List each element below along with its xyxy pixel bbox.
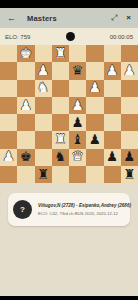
white-pawn: ♟ [106, 64, 118, 78]
square-f6[interactable] [35, 131, 52, 148]
square-f7[interactable] [35, 149, 52, 166]
square-c1[interactable] [86, 45, 103, 62]
square-f8[interactable]: ♜ [35, 166, 52, 183]
square-a5[interactable] [121, 114, 138, 131]
info-bar: ELO: 759 00:00:05 [0, 28, 138, 45]
square-h1[interactable] [0, 45, 17, 62]
square-c7[interactable] [86, 149, 103, 166]
square-b6[interactable] [104, 131, 121, 148]
square-b4[interactable] [104, 97, 121, 114]
square-e3[interactable] [52, 80, 69, 97]
white-pawn: ♟ [72, 98, 84, 112]
page-title: Masters [27, 14, 57, 23]
square-g1[interactable]: ♚ [17, 45, 34, 62]
square-a1[interactable] [121, 45, 138, 62]
square-d2[interactable]: ♛ [69, 62, 86, 79]
white-pawn: ♟ [37, 64, 49, 78]
square-e6[interactable]: ♜ [52, 131, 69, 148]
black-pawn: ♟ [89, 133, 101, 147]
square-a4[interactable] [121, 97, 138, 114]
navigation-bar [0, 296, 138, 300]
square-e4[interactable] [52, 97, 69, 114]
square-b1[interactable] [104, 45, 121, 62]
black-pawn: ♟ [106, 150, 118, 164]
square-f1[interactable] [35, 45, 52, 62]
game-timer: 00:00:05 [110, 34, 133, 40]
square-d6[interactable]: ♝ [69, 131, 86, 148]
square-f4[interactable] [35, 97, 52, 114]
turn-indicator-dot [66, 32, 75, 41]
square-d3[interactable] [69, 80, 86, 97]
square-h8[interactable] [0, 166, 17, 183]
square-e8[interactable] [52, 166, 69, 183]
white-pawn: ♟ [123, 64, 135, 78]
square-c4[interactable] [86, 97, 103, 114]
square-h2[interactable] [0, 62, 17, 79]
white-queen: ♛ [72, 150, 84, 164]
square-h7[interactable]: ♟ [0, 149, 17, 166]
event-label: ECO: C42, 73rd ch-RUS 2020, 2020-12-12 [38, 211, 125, 216]
square-a8[interactable]: ♜ [121, 166, 138, 183]
square-c3[interactable]: ♟ [86, 80, 103, 97]
black-bishop: ♝ [72, 133, 84, 147]
black-king: ♚ [20, 150, 32, 164]
white-pawn: ♟ [89, 81, 101, 95]
square-e2[interactable] [52, 62, 69, 79]
square-c5[interactable] [86, 114, 103, 131]
square-b2[interactable]: ♟ [104, 62, 121, 79]
square-d4[interactable]: ♟ [69, 97, 86, 114]
square-g5[interactable] [17, 114, 34, 131]
chess-board[interactable]: ♚♜♟♛♟♟♞♟♟♟♟♜♝♟♟♚♞♛♟♟♜♜ [0, 45, 138, 183]
square-b8[interactable] [104, 166, 121, 183]
back-icon[interactable]: ← [7, 14, 16, 23]
square-f3[interactable]: ♞ [35, 80, 52, 97]
square-h6[interactable] [0, 131, 17, 148]
square-d5[interactable]: ♟ [69, 114, 86, 131]
status-bar [0, 0, 138, 8]
flip-board-icon[interactable]: ⤢ [111, 14, 117, 22]
black-pawn: ♟ [72, 115, 84, 129]
square-g7[interactable]: ♚ [17, 149, 34, 166]
white-rook: ♜ [54, 46, 66, 60]
white-rook: ♜ [54, 133, 66, 147]
black-rook: ♜ [123, 167, 135, 181]
square-c6[interactable]: ♟ [86, 131, 103, 148]
square-a3[interactable] [121, 80, 138, 97]
black-knight: ♞ [54, 150, 66, 164]
app-bar: ← Masters ⤢ × [0, 8, 138, 28]
lower-area: ? Vitiugov,N (2728) - Esipenko,Andrey (2… [0, 183, 138, 296]
square-g3[interactable] [17, 80, 34, 97]
black-queen: ♛ [72, 64, 84, 78]
game-info-card[interactable]: ? Vitiugov,N (2728) - Esipenko,Andrey (2… [8, 193, 130, 226]
square-g2[interactable] [17, 62, 34, 79]
square-a2[interactable]: ♟ [121, 62, 138, 79]
square-c2[interactable] [86, 62, 103, 79]
square-b7[interactable]: ♟ [104, 149, 121, 166]
square-c8[interactable] [86, 166, 103, 183]
square-h3[interactable] [0, 80, 17, 97]
game-info-text: Vitiugov,N (2728) - Esipenko,Andrey (268… [38, 203, 125, 216]
white-pawn: ♟ [3, 150, 15, 164]
black-rook: ♜ [37, 167, 49, 181]
help-icon[interactable]: ? [13, 200, 32, 219]
square-g6[interactable] [17, 131, 34, 148]
square-e5[interactable] [52, 114, 69, 131]
square-h4[interactable] [0, 97, 17, 114]
close-icon[interactable]: × [126, 14, 131, 22]
square-d7[interactable]: ♛ [69, 149, 86, 166]
square-g8[interactable] [17, 166, 34, 183]
square-a6[interactable] [121, 131, 138, 148]
square-h5[interactable] [0, 114, 17, 131]
square-e1[interactable]: ♜ [52, 45, 69, 62]
square-b5[interactable] [104, 114, 121, 131]
black-pawn: ♟ [123, 150, 135, 164]
square-d8[interactable] [69, 166, 86, 183]
square-b3[interactable] [104, 80, 121, 97]
white-king: ♚ [20, 46, 32, 60]
square-a7[interactable]: ♟ [121, 149, 138, 166]
players-label: Vitiugov,N (2728) - Esipenko,Andrey (268… [38, 203, 125, 208]
square-f5[interactable] [35, 114, 52, 131]
app-screen: ← Masters ⤢ × ELO: 759 00:00:05 ♚♜♟♛♟♟♞♟… [0, 0, 138, 300]
white-knight: ♞ [37, 81, 49, 95]
square-g4[interactable]: ♟ [17, 97, 34, 114]
white-pawn: ♟ [20, 98, 32, 112]
elo-label: ELO: 759 [5, 34, 30, 40]
square-e7[interactable]: ♞ [52, 149, 69, 166]
square-d1[interactable] [69, 45, 86, 62]
square-f2[interactable]: ♟ [35, 62, 52, 79]
